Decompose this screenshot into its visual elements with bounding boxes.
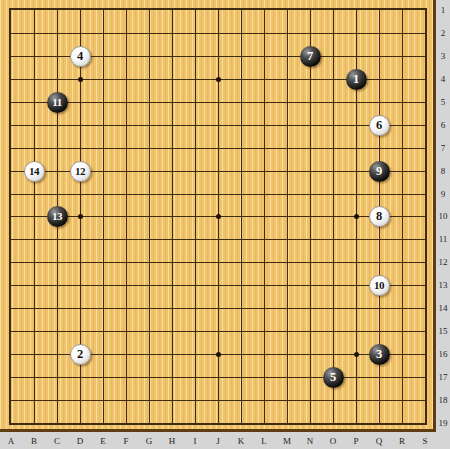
stone-2[interactable]: 2	[70, 344, 91, 365]
row-label: 5	[436, 97, 450, 107]
column-label: D	[72, 435, 88, 447]
move-number: 9	[376, 164, 382, 177]
stone-8[interactable]: 8	[369, 206, 390, 227]
move-number: 6	[376, 118, 382, 131]
stone-10[interactable]: 10	[369, 275, 390, 296]
go-board[interactable]: 1234567891011121314	[0, 0, 436, 432]
grid-line-horizontal	[11, 262, 425, 263]
stone-9[interactable]: 9	[369, 161, 390, 182]
move-number: 7	[307, 49, 313, 62]
stone-7[interactable]: 7	[300, 46, 321, 67]
column-label: E	[95, 435, 111, 447]
star-point	[354, 352, 359, 357]
column-label: L	[256, 435, 272, 447]
row-label: 7	[436, 143, 450, 153]
move-number: 10	[374, 279, 384, 290]
move-number: 8	[376, 209, 382, 222]
row-label: 2	[436, 28, 450, 38]
row-label: 17	[436, 372, 450, 382]
stone-1[interactable]: 1	[346, 69, 367, 90]
grid-line-horizontal	[11, 400, 425, 401]
stone-11[interactable]: 11	[47, 92, 68, 113]
row-label: 12	[436, 257, 450, 267]
column-label: Q	[371, 435, 387, 447]
column-label: F	[118, 435, 134, 447]
move-number: 12	[75, 165, 85, 176]
row-label: 13	[436, 280, 450, 290]
star-point	[216, 214, 221, 219]
star-point	[78, 214, 83, 219]
column-label: I	[187, 435, 203, 447]
row-label: 10	[436, 211, 450, 221]
column-label: M	[279, 435, 295, 447]
row-label: 1	[436, 5, 450, 15]
stone-5[interactable]: 5	[323, 367, 344, 388]
grid-line-vertical	[333, 10, 334, 423]
column-label: P	[348, 435, 364, 447]
go-diagram-window: 1234567891011121314 ABCDEFGHIJKLMNOPQRS1…	[0, 0, 450, 449]
stone-4[interactable]: 4	[70, 46, 91, 67]
column-label: B	[26, 435, 42, 447]
column-label: O	[325, 435, 341, 447]
grid-line-horizontal	[11, 239, 425, 240]
stone-13[interactable]: 13	[47, 206, 68, 227]
column-label: G	[141, 435, 157, 447]
row-label: 6	[436, 120, 450, 130]
grid-line-vertical	[310, 10, 311, 423]
row-label: 8	[436, 166, 450, 176]
star-point	[216, 77, 221, 82]
row-label: 11	[436, 234, 450, 244]
move-number: 5	[330, 370, 336, 383]
column-label: K	[233, 435, 249, 447]
column-label: N	[302, 435, 318, 447]
move-number: 4	[77, 49, 83, 62]
stone-6[interactable]: 6	[369, 115, 390, 136]
move-number: 3	[376, 347, 382, 360]
row-label: 16	[436, 349, 450, 359]
move-number: 1	[353, 72, 359, 85]
row-label: 3	[436, 51, 450, 61]
grid-line-vertical	[241, 10, 242, 423]
move-number: 11	[52, 96, 61, 107]
column-label: C	[49, 435, 65, 447]
grid-line-vertical	[402, 10, 403, 423]
move-number: 13	[52, 210, 62, 221]
column-label: H	[164, 435, 180, 447]
row-label: 14	[436, 303, 450, 313]
star-point	[354, 214, 359, 219]
stone-3[interactable]: 3	[369, 344, 390, 365]
column-label: J	[210, 435, 226, 447]
row-label: 18	[436, 395, 450, 405]
grid-line-horizontal	[11, 331, 425, 332]
star-point	[78, 77, 83, 82]
grid-line-horizontal	[11, 308, 425, 309]
star-point	[216, 352, 221, 357]
grid-line-horizontal	[11, 285, 425, 286]
column-label: R	[394, 435, 410, 447]
stone-14[interactable]: 14	[24, 161, 45, 182]
row-label: 15	[436, 326, 450, 336]
column-label: S	[417, 435, 433, 447]
row-label: 4	[436, 74, 450, 84]
row-label: 9	[436, 189, 450, 199]
move-number: 14	[29, 165, 39, 176]
column-label: A	[3, 435, 19, 447]
grid-line-vertical	[287, 10, 288, 423]
grid-line-vertical	[264, 10, 265, 423]
stone-12[interactable]: 12	[70, 161, 91, 182]
move-number: 2	[77, 347, 83, 360]
grid-line-horizontal	[11, 377, 425, 378]
row-label: 19	[436, 418, 450, 428]
